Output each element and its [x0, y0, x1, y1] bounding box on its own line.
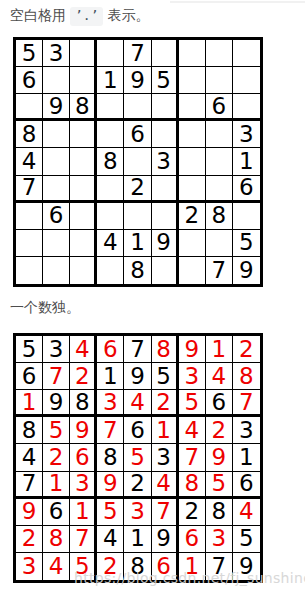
cell-r5c4: 8 [97, 444, 124, 471]
cell-r1c1: 5 [16, 40, 43, 67]
solved-caption: 一个数独。 [10, 299, 80, 317]
cell-r8c1 [16, 230, 43, 257]
cell-r6c4 [97, 176, 124, 203]
cell-r2c9: 8 [233, 363, 260, 390]
cell-r2c3: 2 [70, 363, 97, 390]
cell-r8c4: 4 [97, 526, 124, 553]
cell-r7c6: 7 [152, 499, 179, 526]
cell-r9c8: 7 [206, 257, 233, 284]
cell-r5c2: 2 [43, 444, 70, 471]
cell-r5c8 [206, 148, 233, 175]
cell-r9c2 [43, 257, 70, 284]
cell-r9c9: 9 [233, 257, 260, 284]
cell-r5c3 [70, 148, 97, 175]
cell-r8c5: 1 [124, 526, 151, 553]
cell-r6c1: 7 [16, 472, 43, 499]
cell-r5c1: 4 [16, 444, 43, 471]
cell-r9c6 [152, 257, 179, 284]
cell-r8c2 [43, 230, 70, 257]
cell-r5c9: 1 [233, 148, 260, 175]
cell-r8c6: 9 [152, 526, 179, 553]
cell-r4c4 [97, 121, 124, 148]
cell-r5c6: 3 [152, 148, 179, 175]
cell-r8c2: 8 [43, 526, 70, 553]
cell-r1c5: 7 [124, 336, 151, 363]
cell-r3c7: 5 [179, 390, 206, 417]
cell-r7c3 [70, 203, 97, 230]
cell-r4c1: 8 [16, 121, 43, 148]
cell-r1c5: 7 [124, 40, 151, 67]
cell-r2c9 [233, 67, 260, 94]
cell-r6c6: 4 [152, 472, 179, 499]
cell-r3c3: 8 [70, 94, 97, 121]
cell-r2c7: 3 [179, 363, 206, 390]
intro-text-after: 表示。 [107, 7, 149, 25]
page: { "game": "sudoku", "page": { "intro_tex… [0, 0, 305, 593]
cell-r6c2 [43, 176, 70, 203]
cell-r9c4 [97, 257, 124, 284]
cell-r5c6: 3 [152, 444, 179, 471]
cell-r3c5 [124, 94, 151, 121]
intro-text: 空白格用 ’.’ 表示。 [10, 7, 149, 26]
cell-r9c3 [70, 257, 97, 284]
cell-r3c4: 3 [97, 390, 124, 417]
cell-r6c7 [179, 176, 206, 203]
cell-r7c1 [16, 203, 43, 230]
cell-r8c7: 6 [179, 526, 206, 553]
cell-r2c3 [70, 67, 97, 94]
cell-r8c9: 5 [233, 230, 260, 257]
cell-r4c3: 9 [70, 417, 97, 444]
cell-r6c3 [70, 176, 97, 203]
cell-r4c8 [206, 121, 233, 148]
cell-r1c9 [233, 40, 260, 67]
cell-r4c7: 4 [179, 417, 206, 444]
cell-r5c7: 7 [179, 444, 206, 471]
cell-r9c5: 8 [124, 257, 151, 284]
cell-r2c1: 6 [16, 363, 43, 390]
cell-r4c7 [179, 121, 206, 148]
cell-r5c4: 8 [97, 148, 124, 175]
cell-r3c4 [97, 94, 124, 121]
cell-r5c9: 1 [233, 444, 260, 471]
watermark: https://blog.csdn.net/fj_sunshine [74, 570, 305, 586]
puzzle-grid: 537619598686348317266284195879 [13, 37, 263, 287]
cell-r1c7 [179, 40, 206, 67]
cell-r1c7: 9 [179, 336, 206, 363]
cell-r5c3: 6 [70, 444, 97, 471]
cell-r6c5: 2 [124, 176, 151, 203]
cell-r9c7 [179, 257, 206, 284]
cell-r3c5: 4 [124, 390, 151, 417]
cell-r1c6: 8 [152, 336, 179, 363]
cell-r2c4: 1 [97, 363, 124, 390]
cell-r5c2 [43, 148, 70, 175]
dot-code-chip: ’.’ [70, 7, 103, 26]
cell-r1c8 [206, 40, 233, 67]
cell-r6c3: 3 [70, 472, 97, 499]
cell-r1c3 [70, 40, 97, 67]
cell-r7c3: 1 [70, 499, 97, 526]
cell-r2c2: 7 [43, 363, 70, 390]
cell-r8c4: 4 [97, 230, 124, 257]
cell-r1c3: 4 [70, 336, 97, 363]
cell-r7c2: 6 [43, 203, 70, 230]
cell-r3c3: 8 [70, 390, 97, 417]
cell-r1c2: 3 [43, 336, 70, 363]
cell-r8c9: 5 [233, 526, 260, 553]
cell-r7c6 [152, 203, 179, 230]
cell-r2c2 [43, 67, 70, 94]
cell-r4c2 [43, 121, 70, 148]
cell-r3c1: 1 [16, 390, 43, 417]
cell-r6c9: 6 [233, 472, 260, 499]
cell-r6c4: 9 [97, 472, 124, 499]
cell-r4c2: 5 [43, 417, 70, 444]
cell-r7c9: 4 [233, 499, 260, 526]
cell-r3c8: 6 [206, 94, 233, 121]
cell-r2c5: 9 [124, 67, 151, 94]
cell-r8c3 [70, 230, 97, 257]
cell-r7c8: 8 [206, 203, 233, 230]
cell-r2c5: 9 [124, 363, 151, 390]
cell-r8c6: 9 [152, 230, 179, 257]
cell-r3c2: 9 [43, 94, 70, 121]
cell-r4c9: 3 [233, 417, 260, 444]
cell-r8c7 [179, 230, 206, 257]
cell-r8c5: 1 [124, 230, 151, 257]
cell-r7c1: 9 [16, 499, 43, 526]
cell-r2c7 [179, 67, 206, 94]
cell-r7c4: 5 [97, 499, 124, 526]
intro-text-before: 空白格用 [10, 7, 66, 25]
cell-r8c3: 7 [70, 526, 97, 553]
cell-r4c3 [70, 121, 97, 148]
cell-r2c8: 4 [206, 363, 233, 390]
cell-r1c9: 2 [233, 336, 260, 363]
cell-r6c8 [206, 176, 233, 203]
cell-r7c4 [97, 203, 124, 230]
cell-r8c1: 2 [16, 526, 43, 553]
cell-r7c8: 8 [206, 499, 233, 526]
cell-r3c6: 2 [152, 390, 179, 417]
cell-r5c8: 9 [206, 444, 233, 471]
cell-r3c7 [179, 94, 206, 121]
cell-r2c1: 6 [16, 67, 43, 94]
cell-r7c7: 2 [179, 499, 206, 526]
cell-r8c8 [206, 230, 233, 257]
cell-r4c1: 8 [16, 417, 43, 444]
cell-r2c8 [206, 67, 233, 94]
cell-r7c7: 2 [179, 203, 206, 230]
cell-r1c4 [97, 40, 124, 67]
top-divider [170, 1, 305, 3]
cell-r2c6: 5 [152, 363, 179, 390]
cell-r5c5 [124, 148, 151, 175]
cell-r6c7: 8 [179, 472, 206, 499]
cell-r4c8: 2 [206, 417, 233, 444]
cell-r1c4: 6 [97, 336, 124, 363]
cell-r7c2: 6 [43, 499, 70, 526]
cell-r9c1 [16, 257, 43, 284]
cell-r5c5: 5 [124, 444, 151, 471]
cell-r1c1: 5 [16, 336, 43, 363]
cell-r4c9: 3 [233, 121, 260, 148]
cell-r4c6 [152, 121, 179, 148]
cell-r4c5: 6 [124, 417, 151, 444]
cell-r4c5: 6 [124, 121, 151, 148]
cell-r6c2: 1 [43, 472, 70, 499]
cell-r3c6 [152, 94, 179, 121]
cell-r1c8: 1 [206, 336, 233, 363]
cell-r1c6 [152, 40, 179, 67]
cell-r9c1: 3 [16, 553, 43, 580]
cell-r4c4: 7 [97, 417, 124, 444]
cell-r3c1 [16, 94, 43, 121]
cell-r9c2: 4 [43, 553, 70, 580]
cell-r6c6 [152, 176, 179, 203]
cell-r6c1: 7 [16, 176, 43, 203]
cell-r2c6: 5 [152, 67, 179, 94]
solution-grid: 5346789126721953481983425678597614234268… [13, 333, 263, 583]
cell-r8c8: 3 [206, 526, 233, 553]
cell-r7c9 [233, 203, 260, 230]
cell-r6c5: 2 [124, 472, 151, 499]
cell-r7c5: 3 [124, 499, 151, 526]
cell-r3c9 [233, 94, 260, 121]
cell-r5c1: 4 [16, 148, 43, 175]
cell-r3c9: 7 [233, 390, 260, 417]
cell-r1c2: 3 [43, 40, 70, 67]
cell-r3c2: 9 [43, 390, 70, 417]
cell-r4c6: 1 [152, 417, 179, 444]
cell-r6c9: 6 [233, 176, 260, 203]
cell-r6c8: 5 [206, 472, 233, 499]
cell-r2c4: 1 [97, 67, 124, 94]
cell-r7c5 [124, 203, 151, 230]
cell-r3c8: 6 [206, 390, 233, 417]
cell-r5c7 [179, 148, 206, 175]
